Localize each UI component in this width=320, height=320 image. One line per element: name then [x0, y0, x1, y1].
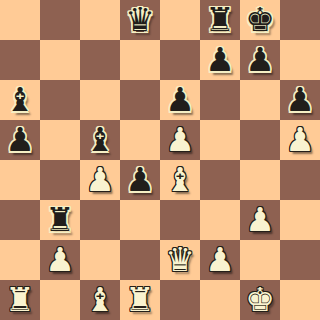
square-h5[interactable]: ♟ — [280, 120, 320, 160]
piece-black-pawn: ♟ — [5, 120, 35, 160]
square-d2[interactable] — [120, 240, 160, 280]
square-a1[interactable]: ♜ — [0, 280, 40, 320]
piece-black-queen: ♛ — [125, 0, 155, 40]
square-c6[interactable] — [80, 80, 120, 120]
square-e1[interactable] — [160, 280, 200, 320]
piece-white-king: ♚ — [245, 280, 275, 320]
square-a4[interactable] — [0, 160, 40, 200]
square-f6[interactable] — [200, 80, 240, 120]
square-c2[interactable] — [80, 240, 120, 280]
piece-white-bishop: ♝ — [165, 160, 195, 200]
square-h2[interactable] — [280, 240, 320, 280]
piece-black-king: ♚ — [245, 0, 275, 40]
square-h1[interactable] — [280, 280, 320, 320]
piece-black-rook: ♜ — [45, 200, 75, 240]
square-b1[interactable] — [40, 280, 80, 320]
square-a5[interactable]: ♟ — [0, 120, 40, 160]
square-b8[interactable] — [40, 0, 80, 40]
square-b6[interactable] — [40, 80, 80, 120]
square-d8[interactable]: ♛ — [120, 0, 160, 40]
piece-white-bishop: ♝ — [85, 280, 115, 320]
square-e6[interactable]: ♟ — [160, 80, 200, 120]
square-a6[interactable]: ♝ — [0, 80, 40, 120]
square-b7[interactable] — [40, 40, 80, 80]
piece-white-pawn: ♟ — [245, 200, 275, 240]
piece-white-pawn: ♟ — [85, 160, 115, 200]
square-f8[interactable]: ♜ — [200, 0, 240, 40]
square-f7[interactable]: ♟ — [200, 40, 240, 80]
square-g7[interactable]: ♟ — [240, 40, 280, 80]
square-d6[interactable] — [120, 80, 160, 120]
square-d5[interactable] — [120, 120, 160, 160]
square-f3[interactable] — [200, 200, 240, 240]
piece-black-pawn: ♟ — [205, 40, 235, 80]
square-d4[interactable]: ♟ — [120, 160, 160, 200]
square-c8[interactable] — [80, 0, 120, 40]
piece-black-pawn: ♟ — [285, 80, 315, 120]
piece-black-pawn: ♟ — [165, 80, 195, 120]
square-g2[interactable] — [240, 240, 280, 280]
square-f2[interactable]: ♟ — [200, 240, 240, 280]
square-c5[interactable]: ♝ — [80, 120, 120, 160]
piece-white-queen: ♛ — [165, 240, 195, 280]
square-g8[interactable]: ♚ — [240, 0, 280, 40]
piece-black-bishop: ♝ — [85, 120, 115, 160]
square-c3[interactable] — [80, 200, 120, 240]
square-f1[interactable] — [200, 280, 240, 320]
square-c4[interactable]: ♟ — [80, 160, 120, 200]
piece-black-rook: ♜ — [205, 0, 235, 40]
piece-white-rook: ♜ — [125, 280, 155, 320]
square-a7[interactable] — [0, 40, 40, 80]
square-d3[interactable] — [120, 200, 160, 240]
square-e4[interactable]: ♝ — [160, 160, 200, 200]
piece-white-pawn: ♟ — [205, 240, 235, 280]
square-b5[interactable] — [40, 120, 80, 160]
square-g1[interactable]: ♚ — [240, 280, 280, 320]
square-f5[interactable] — [200, 120, 240, 160]
square-g6[interactable] — [240, 80, 280, 120]
square-b2[interactable]: ♟ — [40, 240, 80, 280]
piece-white-pawn: ♟ — [165, 120, 195, 160]
square-g5[interactable] — [240, 120, 280, 160]
piece-black-pawn: ♟ — [245, 40, 275, 80]
square-e8[interactable] — [160, 0, 200, 40]
square-c7[interactable] — [80, 40, 120, 80]
square-h3[interactable] — [280, 200, 320, 240]
chess-board: ♛♜♚♟♟♝♟♟♟♝♟♟♟♟♝♜♟♟♛♟♜♝♜♚ — [0, 0, 320, 320]
square-a3[interactable] — [0, 200, 40, 240]
chess-board-container: ♛♜♚♟♟♝♟♟♟♝♟♟♟♟♝♜♟♟♛♟♜♝♜♚ — [0, 0, 320, 320]
square-e3[interactable] — [160, 200, 200, 240]
piece-black-pawn: ♟ — [125, 160, 155, 200]
square-g3[interactable]: ♟ — [240, 200, 280, 240]
square-a2[interactable] — [0, 240, 40, 280]
square-b3[interactable]: ♜ — [40, 200, 80, 240]
square-f4[interactable] — [200, 160, 240, 200]
square-h7[interactable] — [280, 40, 320, 80]
square-d7[interactable] — [120, 40, 160, 80]
square-a8[interactable] — [0, 0, 40, 40]
square-e7[interactable] — [160, 40, 200, 80]
square-e5[interactable]: ♟ — [160, 120, 200, 160]
square-e2[interactable]: ♛ — [160, 240, 200, 280]
piece-white-pawn: ♟ — [285, 120, 315, 160]
square-h6[interactable]: ♟ — [280, 80, 320, 120]
square-b4[interactable] — [40, 160, 80, 200]
square-d1[interactable]: ♜ — [120, 280, 160, 320]
piece-white-rook: ♜ — [5, 280, 35, 320]
piece-white-pawn: ♟ — [45, 240, 75, 280]
piece-black-bishop: ♝ — [5, 80, 35, 120]
square-g4[interactable] — [240, 160, 280, 200]
square-h8[interactable] — [280, 0, 320, 40]
square-c1[interactable]: ♝ — [80, 280, 120, 320]
square-h4[interactable] — [280, 160, 320, 200]
